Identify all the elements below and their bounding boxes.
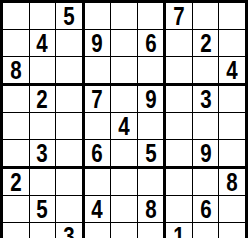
given-digit: 3 (200, 86, 211, 112)
sudoku-cell-r7c3[interactable] (56, 169, 82, 195)
sudoku-cell-r7c4[interactable] (85, 169, 111, 195)
sudoku-cell-r5c6[interactable] (138, 113, 164, 139)
sudoku-cell-r1c9[interactable] (219, 3, 245, 29)
given-digit: 7 (92, 86, 103, 112)
sudoku-cell-r3c1: 8 (3, 57, 29, 83)
sudoku-cell-r9c9[interactable] (219, 223, 245, 238)
sudoku-cell-r9c7: 1 (166, 223, 192, 238)
sudoku-cell-r4c6: 9 (138, 86, 164, 112)
given-digit: 4 (37, 30, 48, 56)
sudoku-cell-r7c5[interactable] (111, 169, 137, 195)
sudoku-box: 39 (166, 86, 245, 166)
sudoku-cell-r8c6: 8 (138, 196, 164, 222)
sudoku-cell-r8c8: 6 (193, 196, 219, 222)
sudoku-cell-r3c5[interactable] (111, 57, 137, 83)
sudoku-cell-r9c3: 3 (56, 223, 82, 238)
sudoku-cell-r9c1[interactable] (3, 223, 29, 238)
sudoku-cell-r9c5[interactable] (111, 223, 137, 238)
sudoku-cell-r6c5[interactable] (111, 140, 137, 166)
sudoku-box: 724 (166, 3, 245, 83)
sudoku-cell-r1c3: 5 (56, 3, 82, 29)
sudoku-cell-r2c7[interactable] (166, 30, 192, 56)
sudoku-cell-r4c4: 7 (85, 86, 111, 112)
sudoku-cell-r7c2[interactable] (30, 169, 56, 195)
given-digit: 4 (118, 113, 129, 139)
sudoku-cell-r8c1[interactable] (3, 196, 29, 222)
sudoku-cell-r8c4: 4 (85, 196, 111, 222)
sudoku-cell-r2c6: 6 (138, 30, 164, 56)
sudoku-box: 79465 (85, 86, 164, 166)
sudoku-cell-r2c3[interactable] (56, 30, 82, 56)
sudoku-box: 548 (3, 3, 82, 83)
sudoku-cell-r3c6[interactable] (138, 57, 164, 83)
sudoku-cell-r8c7[interactable] (166, 196, 192, 222)
sudoku-cell-r3c2[interactable] (30, 57, 56, 83)
sudoku-cell-r4c3[interactable] (56, 86, 82, 112)
sudoku-cell-r4c1[interactable] (3, 86, 29, 112)
given-digit: 8 (227, 169, 238, 195)
sudoku-cell-r1c7: 7 (166, 3, 192, 29)
sudoku-cell-r5c1[interactable] (3, 113, 29, 139)
sudoku-cell-r6c1[interactable] (3, 140, 29, 166)
sudoku-cell-r6c6: 5 (138, 140, 164, 166)
sudoku-cell-r6c4: 6 (85, 140, 111, 166)
sudoku-cell-r2c8: 2 (193, 30, 219, 56)
sudoku-cell-r7c1: 2 (3, 169, 29, 195)
given-digit: 3 (37, 140, 48, 166)
sudoku-cell-r7c6[interactable] (138, 169, 164, 195)
sudoku-cell-r4c2: 2 (30, 86, 56, 112)
sudoku-cell-r8c2: 5 (30, 196, 56, 222)
sudoku-cell-r6c9[interactable] (219, 140, 245, 166)
sudoku-cell-r7c9: 8 (219, 169, 245, 195)
sudoku-cell-r5c9[interactable] (219, 113, 245, 139)
sudoku-box: 96 (85, 3, 164, 83)
sudoku-cell-r2c1[interactable] (3, 30, 29, 56)
sudoku-cell-r5c7[interactable] (166, 113, 192, 139)
sudoku-cell-r6c2: 3 (30, 140, 56, 166)
sudoku-cell-r6c8: 9 (193, 140, 219, 166)
given-digit: 9 (200, 140, 211, 166)
sudoku-cell-r4c5[interactable] (111, 86, 137, 112)
sudoku-cell-r5c4[interactable] (85, 113, 111, 139)
sudoku-cell-r3c8[interactable] (193, 57, 219, 83)
sudoku-cell-r1c8[interactable] (193, 3, 219, 29)
given-digit: 2 (200, 30, 211, 56)
given-digit: 6 (200, 196, 211, 222)
given-digit: 9 (92, 30, 103, 56)
given-digit: 4 (92, 196, 103, 222)
sudoku-cell-r9c2[interactable] (30, 223, 56, 238)
sudoku-cell-r3c3[interactable] (56, 57, 82, 83)
given-digit: 8 (145, 196, 156, 222)
sudoku-cell-r8c9[interactable] (219, 196, 245, 222)
sudoku-cell-r8c3[interactable] (56, 196, 82, 222)
sudoku-cell-r2c4: 9 (85, 30, 111, 56)
sudoku-cell-r5c8[interactable] (193, 113, 219, 139)
sudoku-cell-r5c5: 4 (111, 113, 137, 139)
sudoku-cell-r9c8[interactable] (193, 223, 219, 238)
sudoku-cell-r3c4[interactable] (85, 57, 111, 83)
sudoku-box: 253 (3, 169, 82, 238)
sudoku-cell-r8c5[interactable] (111, 196, 137, 222)
given-digit: 5 (37, 196, 48, 222)
sudoku-cell-r2c5[interactable] (111, 30, 137, 56)
sudoku-cell-r7c8[interactable] (193, 169, 219, 195)
sudoku-cell-r2c2: 4 (30, 30, 56, 56)
sudoku-cell-r1c6[interactable] (138, 3, 164, 29)
given-digit: 2 (37, 86, 48, 112)
sudoku-cell-r3c7[interactable] (166, 57, 192, 83)
sudoku-cell-r1c1[interactable] (3, 3, 29, 29)
sudoku-cell-r1c4[interactable] (85, 3, 111, 29)
sudoku-cell-r2c9[interactable] (219, 30, 245, 56)
given-digit: 4 (227, 57, 238, 83)
given-digit: 9 (145, 86, 156, 112)
sudoku-cell-r9c4[interactable] (85, 223, 111, 238)
sudoku-cell-r4c9[interactable] (219, 86, 245, 112)
given-digit: 5 (63, 3, 74, 29)
sudoku-cell-r5c3[interactable] (56, 113, 82, 139)
sudoku-cell-r6c3[interactable] (56, 140, 82, 166)
sudoku-cell-r1c5[interactable] (111, 3, 137, 29)
sudoku-box: 48 (85, 169, 164, 238)
given-digit: 3 (63, 223, 74, 238)
given-digit: 6 (92, 140, 103, 166)
sudoku-cell-r5c2[interactable] (30, 113, 56, 139)
sudoku-cell-r6c7[interactable] (166, 140, 192, 166)
sudoku-box: 861 (166, 169, 245, 238)
sudoku-box: 23 (3, 86, 82, 166)
given-digit: 6 (145, 30, 156, 56)
given-digit: 7 (173, 3, 184, 29)
sudoku-board: 5489672423794653925348861 (0, 0, 248, 238)
sudoku-cell-r4c8: 3 (193, 86, 219, 112)
given-digit: 8 (10, 57, 21, 83)
given-digit: 2 (10, 169, 21, 195)
sudoku-cell-r3c9: 4 (219, 57, 245, 83)
sudoku-cell-r9c6[interactable] (138, 223, 164, 238)
given-digit: 5 (145, 140, 156, 166)
sudoku-cell-r1c2[interactable] (30, 3, 56, 29)
sudoku-cell-r4c7[interactable] (166, 86, 192, 112)
given-digit: 1 (173, 223, 184, 238)
sudoku-cell-r7c7[interactable] (166, 169, 192, 195)
